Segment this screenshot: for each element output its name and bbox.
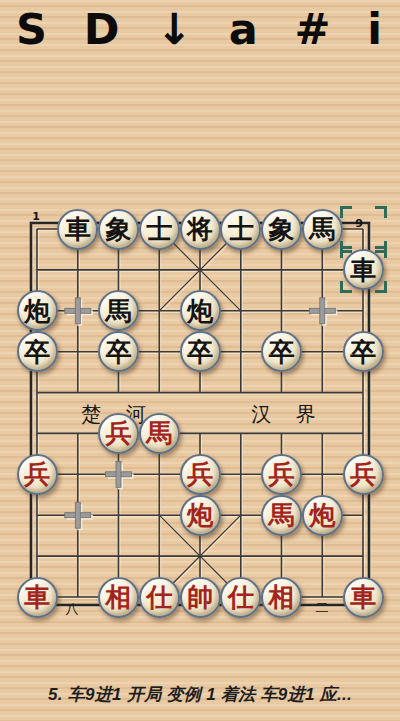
black-cannon[interactable]: 炮 xyxy=(17,290,58,331)
black-cannon[interactable]: 炮 xyxy=(180,290,221,331)
red-horse[interactable]: 馬 xyxy=(261,495,302,536)
black-soldier[interactable]: 卒 xyxy=(343,331,384,372)
red-horse[interactable]: 馬 xyxy=(139,413,180,454)
red-advisor[interactable]: 仕 xyxy=(139,577,180,618)
black-elephant[interactable]: 象 xyxy=(261,209,302,250)
red-elephant[interactable]: 相 xyxy=(98,577,139,618)
black-soldier[interactable]: 卒 xyxy=(180,331,221,372)
xiangqi-board[interactable]: 1 9 楚 河 汉 界 八 二 車象士将士象馬車炮馬炮卒卒卒卒卒兵馬兵兵兵兵炮馬… xyxy=(0,0,400,721)
black-soldier[interactable]: 卒 xyxy=(261,331,302,372)
red-cannon[interactable]: 炮 xyxy=(302,495,343,536)
black-elephant[interactable]: 象 xyxy=(98,209,139,250)
black-advisor[interactable]: 士 xyxy=(220,209,261,250)
red-soldier[interactable]: 兵 xyxy=(17,454,58,495)
red-chariot[interactable]: 車 xyxy=(17,577,58,618)
red-soldier[interactable]: 兵 xyxy=(98,413,139,454)
black-advisor[interactable]: 士 xyxy=(139,209,180,250)
black-soldier[interactable]: 卒 xyxy=(98,331,139,372)
red-general[interactable]: 帥 xyxy=(180,577,221,618)
black-chariot[interactable]: 車 xyxy=(343,249,384,290)
red-soldier[interactable]: 兵 xyxy=(180,454,221,495)
black-general[interactable]: 将 xyxy=(180,209,221,250)
pieces-layer: 車象士将士象馬車炮馬炮卒卒卒卒卒兵馬兵兵兵兵炮馬炮車相仕帥仕相車 xyxy=(0,0,400,721)
red-soldier[interactable]: 兵 xyxy=(261,454,302,495)
red-elephant[interactable]: 相 xyxy=(261,577,302,618)
red-advisor[interactable]: 仕 xyxy=(220,577,261,618)
black-horse[interactable]: 馬 xyxy=(302,209,343,250)
last-move-from-marker xyxy=(342,208,385,251)
black-chariot[interactable]: 車 xyxy=(57,209,98,250)
move-caption: 5. 车9进1 开局 变例 1 着法 车9进1 应... xyxy=(0,683,400,706)
red-chariot[interactable]: 車 xyxy=(343,577,384,618)
red-cannon[interactable]: 炮 xyxy=(180,495,221,536)
black-horse[interactable]: 馬 xyxy=(98,290,139,331)
red-soldier[interactable]: 兵 xyxy=(343,454,384,495)
black-soldier[interactable]: 卒 xyxy=(17,331,58,372)
